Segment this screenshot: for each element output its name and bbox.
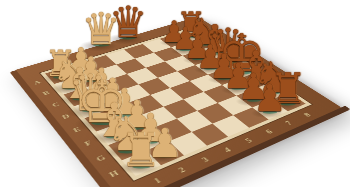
product-photo-scene: ABCDEFGH 12345678 ♜♞♝♛♚♝♞♜♟♟♟♟♟♟♟♟♟♟♟♟♟♟… xyxy=(0,0,350,187)
piece-white-rook-h1[interactable]: ♜ xyxy=(120,127,162,174)
piece-black-pawn-h7[interactable]: ♟ xyxy=(253,80,286,117)
